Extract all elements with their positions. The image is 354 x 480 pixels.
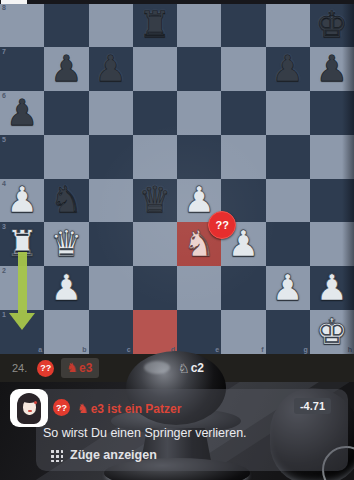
best-move-arrow-head — [9, 313, 35, 330]
piece-black-pawn-g7[interactable]: ♟ — [266, 47, 310, 91]
square-f2[interactable] — [221, 266, 265, 310]
square-c2[interactable] — [89, 266, 133, 310]
square-d6[interactable] — [133, 91, 177, 135]
square-d5[interactable] — [133, 135, 177, 179]
square-c3[interactable] — [89, 222, 133, 266]
rank-label: 5 — [2, 136, 6, 143]
square-b5[interactable] — [44, 135, 88, 179]
square-g7[interactable]: ♟ — [266, 47, 310, 91]
square-d8[interactable]: ♜ — [133, 3, 177, 47]
rank-label: 3 — [2, 223, 6, 230]
status-bar-notch — [1, 0, 27, 4]
show-moves-icon — [50, 449, 63, 462]
square-c5[interactable] — [89, 135, 133, 179]
square-e7[interactable] — [177, 47, 221, 91]
square-e8[interactable] — [177, 3, 221, 47]
rank-label: 6 — [2, 92, 6, 99]
square-a8[interactable]: 8 — [0, 3, 44, 47]
square-c4[interactable] — [89, 179, 133, 223]
square-h5[interactable] — [310, 135, 354, 179]
square-d3[interactable] — [133, 222, 177, 266]
piece-black-king-h8[interactable]: ♚ — [310, 3, 354, 47]
square-b2[interactable]: ♟ — [44, 266, 88, 310]
file-label: c — [127, 346, 131, 353]
square-c7[interactable]: ♟ — [89, 47, 133, 91]
played-move[interactable]: ♞e3 — [61, 358, 99, 378]
knight-icon: ♘ — [178, 361, 190, 376]
square-b4[interactable]: ♞ — [44, 179, 88, 223]
piece-white-pawn-g2[interactable]: ♟ — [266, 266, 310, 310]
square-b7[interactable]: ♟ — [44, 47, 88, 91]
square-e1[interactable]: e — [177, 310, 221, 354]
coach-avatar — [10, 389, 48, 427]
square-g8[interactable] — [266, 3, 310, 47]
square-b3[interactable]: ♛ — [44, 222, 88, 266]
square-g3[interactable] — [266, 222, 310, 266]
chess-analysis-screen: 8♜♚7♟♟♟♟6♟54♟♞♛♟3♜♛♞♟2♟♟♟1abcdefgh♚ 24. … — [0, 0, 354, 480]
piece-black-pawn-h7[interactable]: ♟ — [310, 47, 354, 91]
piece-white-pawn-a4[interactable]: ♟ — [0, 179, 44, 223]
square-d1[interactable]: d — [133, 310, 177, 354]
file-label: e — [215, 346, 219, 353]
square-f1[interactable]: f — [221, 310, 265, 354]
square-d4[interactable]: ♛ — [133, 179, 177, 223]
rank-label: 8 — [2, 4, 6, 11]
rank-label: 4 — [2, 180, 6, 187]
file-label: a — [38, 346, 42, 353]
piece-black-pawn-c7[interactable]: ♟ — [89, 47, 133, 91]
move-list-row: 24. ?? ♞e3 ♘c2 — [0, 354, 354, 382]
square-h1[interactable]: h♚ — [310, 310, 354, 354]
piece-black-pawn-a6[interactable]: ♟ — [0, 91, 44, 135]
knight-icon: ♞ — [77, 401, 89, 416]
file-label: f — [261, 346, 263, 353]
evaluation-badge: -4.71 — [294, 398, 331, 414]
square-h8[interactable]: ♚ — [310, 3, 354, 47]
square-h6[interactable] — [310, 91, 354, 135]
file-label: d — [171, 346, 175, 353]
piece-white-pawn-h2[interactable]: ♟ — [310, 266, 354, 310]
file-label: g — [303, 346, 307, 353]
piece-black-queen-d4[interactable]: ♛ — [133, 179, 177, 223]
square-g2[interactable]: ♟ — [266, 266, 310, 310]
piece-black-knight-b4[interactable]: ♞ — [44, 179, 88, 223]
square-f8[interactable] — [221, 3, 265, 47]
reply-move[interactable]: ♘c2 — [178, 354, 204, 382]
square-b6[interactable] — [44, 91, 88, 135]
comment-title: ♞e3 ist ein Patzer — [77, 401, 181, 416]
square-f5[interactable] — [221, 135, 265, 179]
piece-black-pawn-b7[interactable]: ♟ — [44, 47, 88, 91]
square-a5[interactable]: 5 — [0, 135, 44, 179]
square-e5[interactable] — [177, 135, 221, 179]
best-move-arrow — [18, 252, 27, 313]
square-f7[interactable] — [221, 47, 265, 91]
piece-white-pawn-b2[interactable]: ♟ — [44, 266, 88, 310]
square-h7[interactable]: ♟ — [310, 47, 354, 91]
file-label: b — [82, 346, 86, 353]
rank-label: 2 — [2, 267, 6, 274]
status-bar-strip — [0, 0, 354, 4]
rank-label: 1 — [2, 311, 6, 318]
piece-white-queen-b3[interactable]: ♛ — [44, 222, 88, 266]
square-h2[interactable]: ♟ — [310, 266, 354, 310]
blunder-icon: ?? — [53, 399, 70, 416]
square-a7[interactable]: 7 — [0, 47, 44, 91]
square-e2[interactable] — [177, 266, 221, 310]
square-c6[interactable] — [89, 91, 133, 135]
file-label: h — [348, 346, 352, 353]
square-b1[interactable]: b — [44, 310, 88, 354]
piece-black-rook-d8[interactable]: ♜ — [133, 3, 177, 47]
square-e6[interactable] — [177, 91, 221, 135]
square-g1[interactable]: g — [266, 310, 310, 354]
square-h3[interactable] — [310, 222, 354, 266]
square-g5[interactable] — [266, 135, 310, 179]
square-f6[interactable] — [221, 91, 265, 135]
coach-comment-card: ?? ♞e3 ist ein Patzer -4.71 So wirst Du … — [36, 389, 348, 471]
square-d7[interactable] — [133, 47, 177, 91]
show-moves-button[interactable]: Züge anzeigen — [50, 448, 157, 462]
move-number: 24. — [12, 362, 27, 374]
square-c1[interactable]: c — [89, 310, 133, 354]
square-g4[interactable] — [266, 179, 310, 223]
square-a4[interactable]: 4♟ — [0, 179, 44, 223]
square-g6[interactable] — [266, 91, 310, 135]
chess-board: 8♜♚7♟♟♟♟6♟54♟♞♛♟3♜♛♞♟2♟♟♟1abcdefgh♚ — [0, 3, 354, 354]
blunder-icon: ?? — [37, 360, 54, 377]
square-d2[interactable] — [133, 266, 177, 310]
square-c8[interactable] — [89, 3, 133, 47]
square-b8[interactable] — [44, 3, 88, 47]
square-a6[interactable]: 6♟ — [0, 91, 44, 135]
knight-icon: ♞ — [66, 360, 78, 375]
rank-label: 7 — [2, 48, 6, 55]
coach-message: So wirst Du einen Springer verlieren. — [43, 426, 247, 440]
square-h4[interactable] — [310, 179, 354, 223]
